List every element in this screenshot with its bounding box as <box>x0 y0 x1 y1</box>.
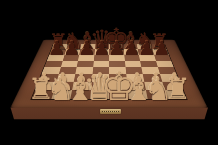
brand-plaque <box>100 109 121 114</box>
square-c5[interactable] <box>77 60 94 66</box>
square-b5[interactable] <box>61 60 78 66</box>
piece-black-pawn-h7[interactable]: ♟ <box>153 38 171 58</box>
square-h5[interactable] <box>156 60 174 66</box>
chess-photo-scene: ♜♞♝♛♚♝♞♜♟♟♟♟♟♟♟♟♟♟♟♟♟♟♟♟♜♞♝♛♚♝♞♜ <box>0 0 218 145</box>
piece-white-rook-h1[interactable]: ♜ <box>165 76 191 105</box>
